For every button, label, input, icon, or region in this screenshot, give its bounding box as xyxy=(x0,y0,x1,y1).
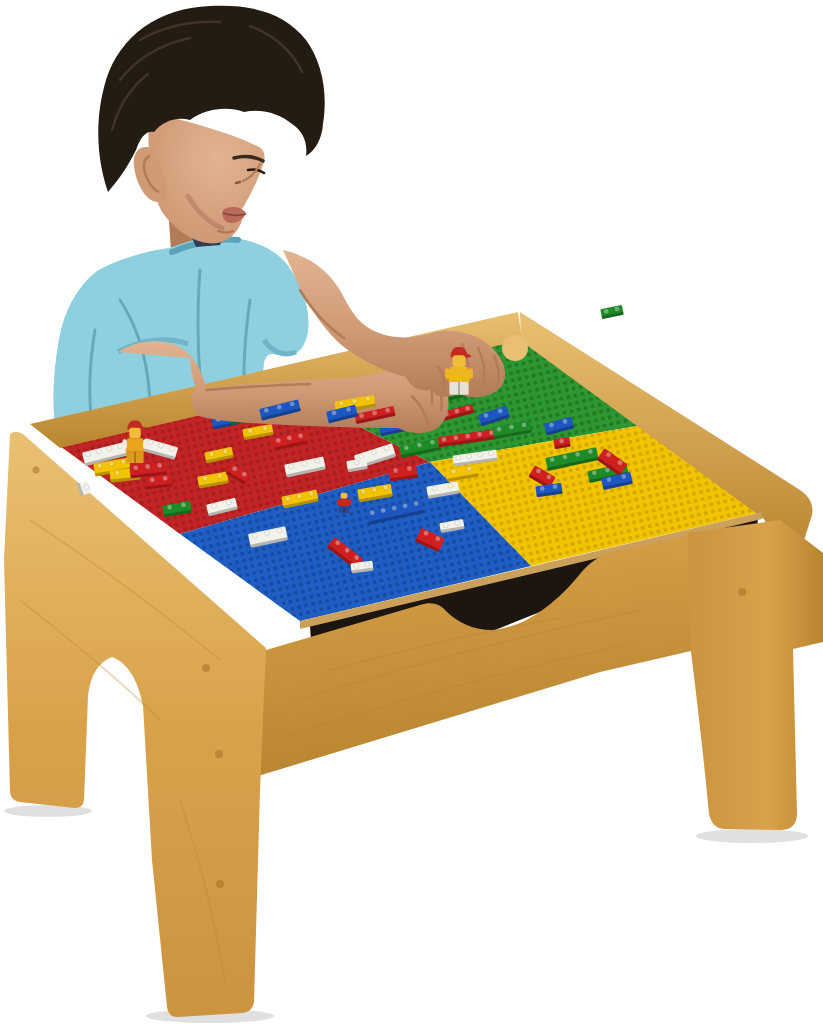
photo-stage xyxy=(0,0,823,1024)
nostril xyxy=(236,182,240,183)
rail-corner-cap xyxy=(502,335,528,361)
product-photo xyxy=(0,0,823,1024)
